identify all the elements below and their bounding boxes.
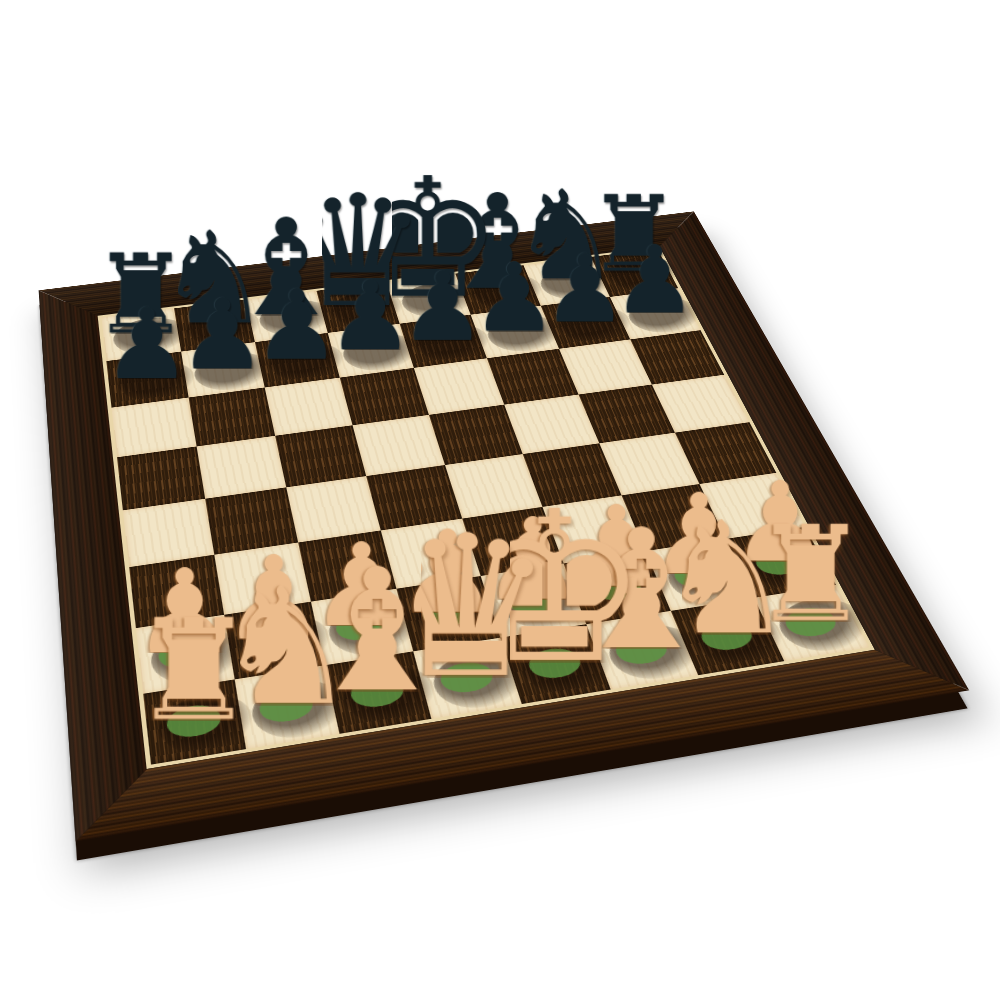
pawn-glyph: ♟ <box>406 243 480 341</box>
piece-black-pawn-a7[interactable]: ♟ <box>106 352 188 408</box>
pawn-glyph: ♟ <box>185 270 260 370</box>
pawn-glyph: ♟ <box>260 261 335 360</box>
piece-black-pawn-d7[interactable]: ♟ <box>328 324 414 378</box>
rook-glyph: ♜ <box>147 578 240 721</box>
photo-scene: ♜♞♝♛♚♝♞♜♟♟♟♟♟♟♟♟♟♟♟♟♟♟♟♟♜♞♝♛♚♝♞♜ <box>0 0 1000 1000</box>
pawn-glyph: ♟ <box>549 226 622 322</box>
piece-black-pawn-b7[interactable]: ♟ <box>181 342 265 397</box>
pawn-glyph: ♟ <box>333 252 407 350</box>
piece-black-pawn-c7[interactable]: ♟ <box>255 333 340 388</box>
chess-board: ♜♞♝♛♚♝♞♜♟♟♟♟♟♟♟♟♟♟♟♟♟♟♟♟♜♞♝♛♚♝♞♜ <box>39 211 970 841</box>
pawn-glyph: ♟ <box>109 279 185 379</box>
pawn-glyph: ♟ <box>478 235 551 332</box>
pawn-glyph: ♟ <box>619 218 691 314</box>
